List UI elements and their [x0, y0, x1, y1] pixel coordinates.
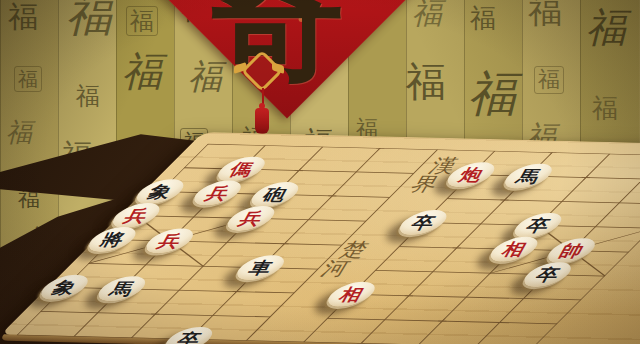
board-point: 卒: [383, 210, 464, 235]
piece-black-chariot[interactable]: 車: [228, 255, 292, 281]
xiangqi-photo-scene: 福福福福福福福福福福福福福福福福福福福福福福福福福福福福福福福 奇: [0, 0, 640, 344]
board-point: 車: [220, 255, 301, 280]
piece-character: 帥: [555, 240, 588, 262]
piece-character: 砲: [258, 184, 291, 206]
piece-black-pawn[interactable]: 卒: [506, 212, 570, 238]
piece-character: 馬: [105, 278, 138, 300]
board-point: 兵: [210, 206, 291, 231]
piece-red-pawn[interactable]: 兵: [219, 205, 283, 231]
piece-character: 卒: [172, 329, 205, 344]
piece-red-horse[interactable]: 傌: [209, 156, 273, 182]
piece-character: 炮: [455, 164, 488, 186]
piece-character: 卒: [522, 215, 555, 237]
piece-character: 將: [96, 229, 129, 251]
board-point: 卒: [148, 327, 229, 344]
piece-character: 相: [498, 238, 531, 260]
piece-character: 車: [244, 257, 277, 279]
piece-character: 馬: [512, 165, 545, 187]
red-tassel: [255, 108, 269, 134]
piece-character: 卒: [531, 264, 564, 286]
board-point: 卒: [507, 262, 588, 287]
piece-black-pawn[interactable]: 卒: [157, 326, 221, 344]
piece-character: 卒: [407, 212, 440, 234]
piece-character: 兵: [120, 205, 153, 227]
piece-character: 相: [335, 283, 368, 305]
piece-character: 兵: [201, 182, 234, 204]
piece-red-elephant[interactable]: 相: [319, 281, 383, 307]
piece-character: 傌: [225, 158, 258, 180]
piece-black-pawn[interactable]: 卒: [391, 210, 455, 236]
board-point: 傌: [201, 157, 282, 182]
gold-knot-ornament: [236, 52, 282, 92]
piece-character: 兵: [153, 230, 186, 252]
piece-character: 象: [144, 181, 177, 203]
piece-character: 兵: [235, 208, 268, 230]
piece-character: 象: [48, 276, 81, 298]
board-point: 卒: [497, 213, 578, 238]
board-point: 相: [311, 282, 392, 307]
piece-black-pawn[interactable]: 卒: [515, 262, 579, 288]
